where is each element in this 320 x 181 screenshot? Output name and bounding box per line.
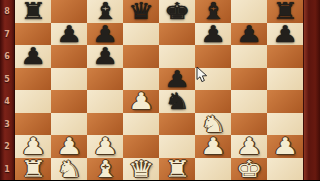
square-e7[interactable]	[159, 23, 195, 46]
square-d3[interactable]	[123, 113, 159, 136]
square-g2[interactable]: ♟	[231, 135, 267, 158]
square-c7[interactable]: ♟	[87, 23, 123, 46]
square-g6[interactable]	[231, 45, 267, 68]
rank-label-6: 6	[0, 52, 14, 61]
white-rook[interactable]: ♜	[20, 158, 46, 180]
white-knight[interactable]: ♞	[56, 158, 82, 180]
board[interactable]: ♜♝♛♚♝♜♟♟♟♟♟♟♟♟♟♞♞♟♟♟♟♟♟♜♞♝♛♜♚	[15, 0, 304, 180]
square-f3[interactable]: ♞	[195, 113, 231, 136]
rank-label-2: 2	[0, 142, 14, 151]
chess-app-window: 87654321 ♜♝♛♚♝♜♟♟♟♟♟♟♟♟♟♞♞♟♟♟♟♟♟♜♞♝♛♜♚	[0, 0, 320, 180]
black-pawn[interactable]: ♟	[200, 23, 226, 45]
square-b6[interactable]	[51, 45, 87, 68]
square-g8[interactable]	[231, 0, 267, 23]
square-a5[interactable]	[15, 68, 51, 91]
square-e1[interactable]: ♜	[159, 158, 195, 181]
square-e8[interactable]: ♚	[159, 0, 195, 23]
black-pawn[interactable]: ♟	[92, 45, 118, 67]
square-a4[interactable]	[15, 90, 51, 113]
rank-label-7: 7	[0, 30, 14, 39]
black-pawn[interactable]: ♟	[272, 23, 298, 45]
black-bishop[interactable]: ♝	[200, 0, 226, 22]
square-f6[interactable]	[195, 45, 231, 68]
black-rook[interactable]: ♜	[272, 0, 298, 22]
black-bishop[interactable]: ♝	[92, 0, 118, 22]
white-queen[interactable]: ♛	[128, 158, 154, 180]
square-f4[interactable]	[195, 90, 231, 113]
square-c4[interactable]	[87, 90, 123, 113]
black-king[interactable]: ♚	[164, 0, 190, 22]
square-h3[interactable]	[267, 113, 303, 136]
square-h1[interactable]	[267, 158, 303, 181]
white-bishop[interactable]: ♝	[92, 158, 118, 180]
square-d7[interactable]	[123, 23, 159, 46]
white-pawn[interactable]: ♟	[128, 90, 154, 112]
square-e6[interactable]	[159, 45, 195, 68]
square-a8[interactable]: ♜	[15, 0, 51, 23]
white-pawn[interactable]: ♟	[236, 135, 262, 157]
white-pawn[interactable]: ♟	[272, 135, 298, 157]
rank-label-3: 3	[0, 120, 14, 129]
square-a6[interactable]: ♟	[15, 45, 51, 68]
square-e3[interactable]	[159, 113, 195, 136]
rank-label-5: 5	[0, 75, 14, 84]
square-b4[interactable]	[51, 90, 87, 113]
white-pawn[interactable]: ♟	[92, 135, 118, 157]
square-b2[interactable]: ♟	[51, 135, 87, 158]
square-d5[interactable]	[123, 68, 159, 91]
white-pawn[interactable]: ♟	[200, 135, 226, 157]
square-e4[interactable]: ♞	[159, 90, 195, 113]
black-pawn[interactable]: ♟	[56, 23, 82, 45]
square-d6[interactable]	[123, 45, 159, 68]
square-d8[interactable]: ♛	[123, 0, 159, 23]
square-b7[interactable]: ♟	[51, 23, 87, 46]
square-g5[interactable]	[231, 68, 267, 91]
square-h2[interactable]: ♟	[267, 135, 303, 158]
square-a1[interactable]: ♜	[15, 158, 51, 181]
square-g4[interactable]	[231, 90, 267, 113]
square-d4[interactable]: ♟	[123, 90, 159, 113]
square-h5[interactable]	[267, 68, 303, 91]
square-c6[interactable]: ♟	[87, 45, 123, 68]
square-a7[interactable]	[15, 23, 51, 46]
square-b5[interactable]	[51, 68, 87, 91]
mouse-cursor-icon	[196, 67, 208, 84]
square-d1[interactable]: ♛	[123, 158, 159, 181]
square-a2[interactable]: ♟	[15, 135, 51, 158]
board-right-frame	[304, 0, 320, 180]
square-g3[interactable]	[231, 113, 267, 136]
square-e2[interactable]	[159, 135, 195, 158]
square-f7[interactable]: ♟	[195, 23, 231, 46]
white-pawn[interactable]: ♟	[20, 135, 46, 157]
square-h6[interactable]	[267, 45, 303, 68]
rank-label-4: 4	[0, 97, 14, 106]
square-b3[interactable]	[51, 113, 87, 136]
white-king[interactable]: ♚	[236, 158, 262, 180]
square-c8[interactable]: ♝	[87, 0, 123, 23]
white-rook[interactable]: ♜	[164, 158, 190, 180]
rank-label-8: 8	[0, 7, 14, 16]
square-h4[interactable]	[267, 90, 303, 113]
black-pawn[interactable]: ♟	[164, 68, 190, 90]
square-d2[interactable]	[123, 135, 159, 158]
square-f8[interactable]: ♝	[195, 0, 231, 23]
rank-label-1: 1	[0, 165, 14, 174]
square-g1[interactable]: ♚	[231, 158, 267, 181]
square-c2[interactable]: ♟	[87, 135, 123, 158]
square-a3[interactable]	[15, 113, 51, 136]
black-queen[interactable]: ♛	[128, 0, 154, 22]
black-pawn[interactable]: ♟	[236, 23, 262, 45]
black-knight[interactable]: ♞	[164, 90, 190, 112]
square-b8[interactable]	[51, 0, 87, 23]
black-pawn[interactable]: ♟	[92, 23, 118, 45]
square-h7[interactable]: ♟	[267, 23, 303, 46]
square-f2[interactable]: ♟	[195, 135, 231, 158]
square-c1[interactable]: ♝	[87, 158, 123, 181]
square-b1[interactable]: ♞	[51, 158, 87, 181]
white-pawn[interactable]: ♟	[56, 135, 82, 157]
square-h8[interactable]: ♜	[267, 0, 303, 23]
black-pawn[interactable]: ♟	[20, 45, 46, 67]
square-c5[interactable]	[87, 68, 123, 91]
square-f1[interactable]	[195, 158, 231, 181]
rank-label-strip: 87654321	[0, 0, 15, 180]
square-e5[interactable]: ♟	[159, 68, 195, 91]
black-rook[interactable]: ♜	[20, 0, 46, 22]
square-c3[interactable]	[87, 113, 123, 136]
white-knight[interactable]: ♞	[200, 113, 226, 135]
square-g7[interactable]: ♟	[231, 23, 267, 46]
